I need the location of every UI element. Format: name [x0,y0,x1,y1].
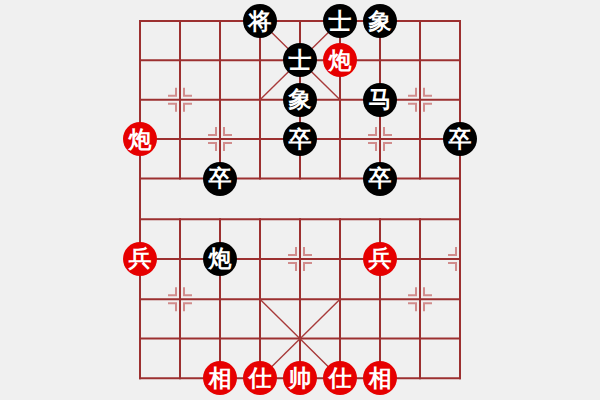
piece-red-elephant[interactable]: 相 [203,361,237,395]
piece-black-horse[interactable]: 马 [363,83,397,117]
piece-red-advisor[interactable]: 仕 [243,361,277,395]
piece-red-advisor[interactable]: 仕 [323,361,357,395]
xiangqi-screen: 将士象士炮象马炮卒卒卒卒兵炮兵相仕帅仕相 [0,0,600,400]
piece-red-cannon[interactable]: 炮 [323,43,357,77]
piece-black-elephant[interactable]: 象 [363,4,397,38]
pieces-layer: 将士象士炮象马炮卒卒卒卒兵炮兵相仕帅仕相 [0,0,600,400]
piece-black-soldier[interactable]: 卒 [363,162,397,196]
piece-black-elephant[interactable]: 象 [283,83,317,117]
piece-red-soldier[interactable]: 兵 [363,242,397,276]
piece-black-advisor[interactable]: 士 [323,4,357,38]
piece-black-cannon[interactable]: 炮 [203,242,237,276]
piece-red-soldier[interactable]: 兵 [123,242,157,276]
piece-black-soldier[interactable]: 卒 [283,122,317,156]
piece-black-general[interactable]: 将 [243,4,277,38]
piece-black-soldier[interactable]: 卒 [443,122,477,156]
piece-black-advisor[interactable]: 士 [283,43,317,77]
piece-red-elephant[interactable]: 相 [363,361,397,395]
piece-black-soldier[interactable]: 卒 [203,162,237,196]
piece-red-cannon[interactable]: 炮 [123,122,157,156]
piece-red-general[interactable]: 帅 [283,361,317,395]
